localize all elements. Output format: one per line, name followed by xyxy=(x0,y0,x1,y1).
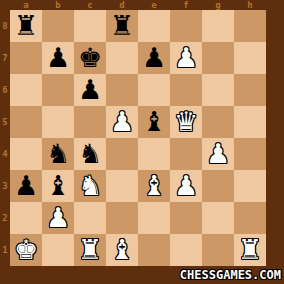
square-h5[interactable] xyxy=(234,106,266,138)
piece-black-rook: ♜ xyxy=(10,10,42,42)
square-c3[interactable]: ♞ xyxy=(74,170,106,202)
file-label-d: d xyxy=(106,0,138,10)
square-b5[interactable] xyxy=(42,106,74,138)
square-f1[interactable] xyxy=(170,234,202,266)
square-f5[interactable]: ♛ xyxy=(170,106,202,138)
square-a6[interactable] xyxy=(10,74,42,106)
square-d6[interactable] xyxy=(106,74,138,106)
square-c8[interactable] xyxy=(74,10,106,42)
rank-label-5: 5 xyxy=(0,106,10,138)
square-c1[interactable]: ♜ xyxy=(74,234,106,266)
file-label-h: h xyxy=(234,0,266,10)
square-c5[interactable] xyxy=(74,106,106,138)
square-e8[interactable] xyxy=(138,10,170,42)
square-b1[interactable] xyxy=(42,234,74,266)
file-label-c: c xyxy=(74,0,106,10)
file-label-b: b xyxy=(42,0,74,10)
square-d1[interactable]: ♝ xyxy=(106,234,138,266)
branding-label: CHESSGAMES.COM xyxy=(180,267,281,283)
square-a4[interactable] xyxy=(10,138,42,170)
square-c2[interactable] xyxy=(74,202,106,234)
file-label-e: e xyxy=(138,0,170,10)
rank-label-4: 4 xyxy=(0,138,10,170)
rank-label-1: 1 xyxy=(0,234,10,266)
square-c4[interactable]: ♞ xyxy=(74,138,106,170)
square-a1[interactable]: ♚ xyxy=(10,234,42,266)
piece-white-pawn: ♟ xyxy=(106,106,138,138)
square-e5[interactable]: ♝ xyxy=(138,106,170,138)
piece-white-rook: ♜ xyxy=(74,234,106,266)
square-a2[interactable] xyxy=(10,202,42,234)
square-g5[interactable] xyxy=(202,106,234,138)
square-h7[interactable] xyxy=(234,42,266,74)
piece-black-knight: ♞ xyxy=(74,138,106,170)
square-e6[interactable] xyxy=(138,74,170,106)
square-b2[interactable]: ♟ xyxy=(42,202,74,234)
square-g4[interactable]: ♟ xyxy=(202,138,234,170)
rank-label-3: 3 xyxy=(0,170,10,202)
square-b6[interactable] xyxy=(42,74,74,106)
rank-label-8: 8 xyxy=(0,10,10,42)
rank-labels: 87654321 xyxy=(0,10,10,266)
piece-white-pawn: ♟ xyxy=(170,42,202,74)
rank-label-6: 6 xyxy=(0,74,10,106)
piece-white-pawn: ♟ xyxy=(42,202,74,234)
square-f3[interactable]: ♟ xyxy=(170,170,202,202)
square-e4[interactable] xyxy=(138,138,170,170)
piece-black-pawn: ♟ xyxy=(138,42,170,74)
piece-black-bishop: ♝ xyxy=(138,106,170,138)
piece-white-bishop: ♝ xyxy=(106,234,138,266)
chess-board: ♜♜♟♚♟♟♟♟♝♛♞♞♟♟♝♞♝♟♟♚♜♝♜ xyxy=(10,10,266,266)
square-g1[interactable] xyxy=(202,234,234,266)
piece-black-knight: ♞ xyxy=(42,138,74,170)
piece-white-king: ♚ xyxy=(10,234,42,266)
square-g3[interactable] xyxy=(202,170,234,202)
square-g7[interactable] xyxy=(202,42,234,74)
piece-black-pawn: ♟ xyxy=(74,74,106,106)
square-b7[interactable]: ♟ xyxy=(42,42,74,74)
square-b4[interactable]: ♞ xyxy=(42,138,74,170)
square-e2[interactable] xyxy=(138,202,170,234)
file-labels: abcdefgh xyxy=(10,0,266,10)
square-d5[interactable]: ♟ xyxy=(106,106,138,138)
piece-white-bishop: ♝ xyxy=(138,170,170,202)
piece-black-pawn: ♟ xyxy=(10,170,42,202)
board-frame: abcdefgh 87654321 ♜♜♟♚♟♟♟♟♝♛♞♞♟♟♝♞♝♟♟♚♜♝… xyxy=(0,0,284,284)
file-label-g: g xyxy=(202,0,234,10)
square-d3[interactable] xyxy=(106,170,138,202)
piece-black-king: ♚ xyxy=(74,42,106,74)
square-g6[interactable] xyxy=(202,74,234,106)
piece-white-pawn: ♟ xyxy=(202,138,234,170)
piece-white-queen: ♛ xyxy=(170,106,202,138)
square-e1[interactable] xyxy=(138,234,170,266)
square-d8[interactable]: ♜ xyxy=(106,10,138,42)
square-c7[interactable]: ♚ xyxy=(74,42,106,74)
square-f4[interactable] xyxy=(170,138,202,170)
square-h1[interactable]: ♜ xyxy=(234,234,266,266)
square-a3[interactable]: ♟ xyxy=(10,170,42,202)
rank-label-7: 7 xyxy=(0,42,10,74)
square-g2[interactable] xyxy=(202,202,234,234)
square-c6[interactable]: ♟ xyxy=(74,74,106,106)
square-g8[interactable] xyxy=(202,10,234,42)
piece-white-knight: ♞ xyxy=(74,170,106,202)
piece-white-pawn: ♟ xyxy=(170,170,202,202)
square-b3[interactable]: ♝ xyxy=(42,170,74,202)
piece-black-pawn: ♟ xyxy=(42,42,74,74)
square-f7[interactable]: ♟ xyxy=(170,42,202,74)
square-d4[interactable] xyxy=(106,138,138,170)
file-label-a: a xyxy=(10,0,42,10)
piece-black-bishop: ♝ xyxy=(42,170,74,202)
square-f8[interactable] xyxy=(170,10,202,42)
square-f2[interactable] xyxy=(170,202,202,234)
square-a8[interactable]: ♜ xyxy=(10,10,42,42)
rank-label-2: 2 xyxy=(0,202,10,234)
square-h8[interactable] xyxy=(234,10,266,42)
piece-black-rook: ♜ xyxy=(106,10,138,42)
square-a5[interactable] xyxy=(10,106,42,138)
square-f6[interactable] xyxy=(170,74,202,106)
square-e7[interactable]: ♟ xyxy=(138,42,170,74)
file-label-f: f xyxy=(170,0,202,10)
square-h4[interactable] xyxy=(234,138,266,170)
piece-white-rook: ♜ xyxy=(234,234,266,266)
square-d7[interactable] xyxy=(106,42,138,74)
square-b8[interactable] xyxy=(42,10,74,42)
square-a7[interactable] xyxy=(10,42,42,74)
square-h2[interactable] xyxy=(234,202,266,234)
square-h6[interactable] xyxy=(234,74,266,106)
square-d2[interactable] xyxy=(106,202,138,234)
square-e3[interactable]: ♝ xyxy=(138,170,170,202)
square-h3[interactable] xyxy=(234,170,266,202)
